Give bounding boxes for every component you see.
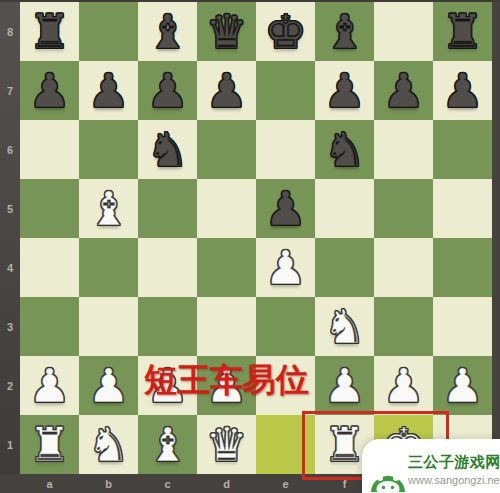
square-c1[interactable]: ♝ xyxy=(138,415,197,474)
white-knight[interactable]: ♞ xyxy=(87,415,129,474)
square-b8[interactable] xyxy=(79,2,138,61)
black-knight[interactable]: ♞ xyxy=(146,120,188,179)
square-d5[interactable] xyxy=(197,179,256,238)
square-a6[interactable] xyxy=(20,120,79,179)
black-bishop[interactable]: ♝ xyxy=(146,2,188,61)
square-h6[interactable] xyxy=(433,120,492,179)
square-d8[interactable]: ♛ xyxy=(197,2,256,61)
square-d7[interactable]: ♟ xyxy=(197,61,256,120)
square-c4[interactable] xyxy=(138,238,197,297)
rank-label-5: 5 xyxy=(0,179,20,238)
square-a8[interactable]: ♜ xyxy=(20,2,79,61)
square-e4[interactable]: ♟ xyxy=(256,238,315,297)
square-c7[interactable]: ♟ xyxy=(138,61,197,120)
white-pawn[interactable]: ♟ xyxy=(87,356,129,415)
square-h5[interactable] xyxy=(433,179,492,238)
square-a1[interactable]: ♜ xyxy=(20,415,79,474)
rank-label-3: 3 xyxy=(0,297,20,356)
square-f3[interactable]: ♞ xyxy=(315,297,374,356)
square-e5[interactable]: ♟ xyxy=(256,179,315,238)
square-d1[interactable]: ♛ xyxy=(197,415,256,474)
square-e3[interactable] xyxy=(256,297,315,356)
black-king[interactable]: ♚ xyxy=(264,2,306,61)
square-b1[interactable]: ♞ xyxy=(79,415,138,474)
square-a4[interactable] xyxy=(20,238,79,297)
square-h3[interactable] xyxy=(433,297,492,356)
black-pawn[interactable]: ♟ xyxy=(146,61,188,120)
square-h7[interactable]: ♟ xyxy=(433,61,492,120)
file-label-b: b xyxy=(79,474,138,493)
black-pawn[interactable]: ♟ xyxy=(382,61,424,120)
square-e6[interactable] xyxy=(256,120,315,179)
square-b7[interactable]: ♟ xyxy=(79,61,138,120)
square-g6[interactable] xyxy=(374,120,433,179)
square-b6[interactable] xyxy=(79,120,138,179)
black-bishop[interactable]: ♝ xyxy=(323,2,365,61)
black-rook[interactable]: ♜ xyxy=(441,2,483,61)
black-pawn[interactable]: ♟ xyxy=(441,61,483,120)
white-bishop[interactable]: ♝ xyxy=(146,415,188,474)
site-name: 三公子游戏网 xyxy=(408,453,500,472)
black-queen[interactable]: ♛ xyxy=(205,2,247,61)
site-url: www.sangongzi.net xyxy=(408,474,500,486)
white-queen[interactable]: ♛ xyxy=(205,415,247,474)
square-c6[interactable]: ♞ xyxy=(138,120,197,179)
square-b5[interactable]: ♝ xyxy=(79,179,138,238)
white-pawn[interactable]: ♟ xyxy=(441,356,483,415)
white-rook[interactable]: ♜ xyxy=(28,415,70,474)
square-c3[interactable] xyxy=(138,297,197,356)
square-a7[interactable]: ♟ xyxy=(20,61,79,120)
square-g7[interactable]: ♟ xyxy=(374,61,433,120)
black-pawn[interactable]: ♟ xyxy=(205,61,247,120)
white-pawn[interactable]: ♟ xyxy=(382,356,424,415)
site-watermark: 三公子游戏网 www.sangongzi.net xyxy=(362,439,500,493)
square-g2[interactable]: ♟ xyxy=(374,356,433,415)
white-knight[interactable]: ♞ xyxy=(323,297,365,356)
file-label-a: a xyxy=(20,474,79,493)
black-knight[interactable]: ♞ xyxy=(323,120,365,179)
square-b4[interactable] xyxy=(79,238,138,297)
square-f8[interactable]: ♝ xyxy=(315,2,374,61)
rank-label-4: 4 xyxy=(0,238,20,297)
square-d3[interactable] xyxy=(197,297,256,356)
square-f7[interactable]: ♟ xyxy=(315,61,374,120)
android-robot-icon xyxy=(370,452,406,492)
square-h2[interactable]: ♟ xyxy=(433,356,492,415)
rank-label-7: 7 xyxy=(0,61,20,120)
rank-label-2: 2 xyxy=(0,356,20,415)
board-frame-right xyxy=(492,0,500,493)
square-f4[interactable] xyxy=(315,238,374,297)
white-pawn[interactable]: ♟ xyxy=(264,238,306,297)
chess-board[interactable]: ♜♝♛♚♝♜♟♟♟♟♟♟♟♞♞♝♟♟♞♟♟♟♟♟♟♟♜♞♝♛♜♚ xyxy=(20,2,492,474)
square-e8[interactable]: ♚ xyxy=(256,2,315,61)
square-d4[interactable] xyxy=(197,238,256,297)
square-c5[interactable] xyxy=(138,179,197,238)
square-h4[interactable] xyxy=(433,238,492,297)
square-f5[interactable] xyxy=(315,179,374,238)
square-g8[interactable] xyxy=(374,2,433,61)
square-g3[interactable] xyxy=(374,297,433,356)
square-g4[interactable] xyxy=(374,238,433,297)
square-h8[interactable]: ♜ xyxy=(433,2,492,61)
rank-label-6: 6 xyxy=(0,120,20,179)
square-a5[interactable] xyxy=(20,179,79,238)
file-label-d: d xyxy=(197,474,256,493)
black-pawn[interactable]: ♟ xyxy=(87,61,129,120)
square-a2[interactable]: ♟ xyxy=(20,356,79,415)
file-label-c: c xyxy=(138,474,197,493)
square-f6[interactable]: ♞ xyxy=(315,120,374,179)
rank-labels: 87654321 xyxy=(0,2,20,474)
square-d6[interactable] xyxy=(197,120,256,179)
white-bishop[interactable]: ♝ xyxy=(87,179,129,238)
rank-label-8: 8 xyxy=(0,2,20,61)
square-a3[interactable] xyxy=(20,297,79,356)
black-pawn[interactable]: ♟ xyxy=(28,61,70,120)
square-c8[interactable]: ♝ xyxy=(138,2,197,61)
square-b3[interactable] xyxy=(79,297,138,356)
square-e7[interactable] xyxy=(256,61,315,120)
square-b2[interactable]: ♟ xyxy=(79,356,138,415)
black-pawn[interactable]: ♟ xyxy=(323,61,365,120)
rank-label-1: 1 xyxy=(0,415,20,474)
castling-annotation-text: 短王车易位 xyxy=(144,361,364,399)
black-pawn[interactable]: ♟ xyxy=(264,179,306,238)
square-g5[interactable] xyxy=(374,179,433,238)
black-rook[interactable]: ♜ xyxy=(28,2,70,61)
white-pawn[interactable]: ♟ xyxy=(28,356,70,415)
